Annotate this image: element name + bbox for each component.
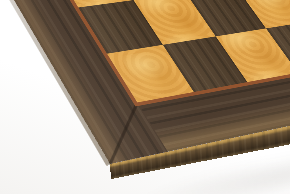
photo-stage: [0, 0, 290, 194]
